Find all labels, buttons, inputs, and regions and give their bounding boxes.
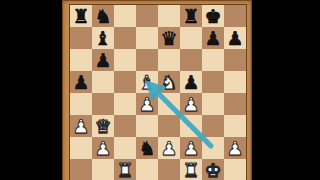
square-e5[interactable]: ♞ <box>158 71 180 93</box>
square-e7[interactable]: ♛ <box>158 27 180 49</box>
piece-black-knight-b8[interactable]: ♞ <box>92 5 114 27</box>
square-c7[interactable] <box>114 27 136 49</box>
square-g1[interactable]: ♚ <box>202 159 224 180</box>
square-g6[interactable] <box>202 49 224 71</box>
square-c5[interactable] <box>114 71 136 93</box>
square-a4[interactable] <box>70 93 92 115</box>
square-c8[interactable] <box>114 5 136 27</box>
square-g5[interactable] <box>202 71 224 93</box>
square-h3[interactable] <box>224 115 246 137</box>
square-b4[interactable] <box>92 93 114 115</box>
square-d3[interactable] <box>136 115 158 137</box>
piece-black-queen-e7[interactable]: ♛ <box>158 27 180 49</box>
square-h8[interactable] <box>224 5 246 27</box>
square-a3[interactable]: ♟ <box>70 115 92 137</box>
square-a1[interactable] <box>70 159 92 180</box>
square-f1[interactable]: ♜ <box>180 159 202 180</box>
square-f2[interactable]: ♟ <box>180 137 202 159</box>
piece-black-pawn-h7[interactable]: ♟ <box>224 27 246 49</box>
square-d5[interactable]: ♝ <box>136 71 158 93</box>
piece-white-rook-f1[interactable]: ♜ <box>180 159 202 180</box>
square-c3[interactable] <box>114 115 136 137</box>
piece-black-pawn-g7[interactable]: ♟ <box>202 27 224 49</box>
square-h7[interactable]: ♟ <box>224 27 246 49</box>
square-f4[interactable]: ♟ <box>180 93 202 115</box>
piece-black-pawn-a5[interactable]: ♟ <box>70 71 92 93</box>
square-f7[interactable] <box>180 27 202 49</box>
square-d2[interactable]: ♞ <box>136 137 158 159</box>
square-f8[interactable]: ♜ <box>180 5 202 27</box>
square-c4[interactable] <box>114 93 136 115</box>
square-g7[interactable]: ♟ <box>202 27 224 49</box>
square-c1[interactable]: ♜ <box>114 159 136 180</box>
square-c6[interactable] <box>114 49 136 71</box>
square-h2[interactable]: ♟ <box>224 137 246 159</box>
square-f5[interactable]: ♟ <box>180 71 202 93</box>
square-d6[interactable] <box>136 49 158 71</box>
square-a8[interactable]: ♜ <box>70 5 92 27</box>
piece-black-bishop-b7[interactable]: ♝ <box>92 27 114 49</box>
square-b8[interactable]: ♞ <box>92 5 114 27</box>
square-h4[interactable] <box>224 93 246 115</box>
square-g3[interactable] <box>202 115 224 137</box>
square-h1[interactable] <box>224 159 246 180</box>
square-g4[interactable] <box>202 93 224 115</box>
square-b3[interactable]: ♛ <box>92 115 114 137</box>
piece-white-pawn-e2[interactable]: ♟ <box>158 137 180 159</box>
square-e3[interactable] <box>158 115 180 137</box>
piece-white-pawn-f2[interactable]: ♟ <box>180 137 202 159</box>
square-e2[interactable]: ♟ <box>158 137 180 159</box>
square-b2[interactable]: ♟ <box>92 137 114 159</box>
piece-black-king-g8[interactable]: ♚ <box>202 5 224 27</box>
chess-board[interactable]: ♜♞♜♚♝♛♟♟♟♟♝♞♟♟♟♟♛♟♞♟♟♟♜♜♚ <box>70 5 246 180</box>
piece-white-bishop-d5[interactable]: ♝ <box>136 71 158 93</box>
square-a6[interactable] <box>70 49 92 71</box>
square-f6[interactable] <box>180 49 202 71</box>
piece-white-pawn-b2[interactable]: ♟ <box>92 137 114 159</box>
piece-white-knight-e5[interactable]: ♞ <box>158 71 180 93</box>
piece-white-king-g1[interactable]: ♚ <box>202 159 224 180</box>
piece-black-pawn-f5[interactable]: ♟ <box>180 71 202 93</box>
piece-white-pawn-d4[interactable]: ♟ <box>136 93 158 115</box>
square-h6[interactable] <box>224 49 246 71</box>
square-b5[interactable] <box>92 71 114 93</box>
square-b6[interactable]: ♟ <box>92 49 114 71</box>
piece-white-pawn-a3[interactable]: ♟ <box>70 115 92 137</box>
piece-white-queen-b3[interactable]: ♛ <box>92 115 114 137</box>
piece-black-rook-a8[interactable]: ♜ <box>70 5 92 27</box>
square-a2[interactable] <box>70 137 92 159</box>
square-e8[interactable] <box>158 5 180 27</box>
square-d4[interactable]: ♟ <box>136 93 158 115</box>
square-a5[interactable]: ♟ <box>70 71 92 93</box>
square-f3[interactable] <box>180 115 202 137</box>
piece-white-pawn-f4[interactable]: ♟ <box>180 93 202 115</box>
piece-white-pawn-h2[interactable]: ♟ <box>224 137 246 159</box>
chess-board-frame: ♜♞♜♚♝♛♟♟♟♟♝♞♟♟♟♟♛♟♞♟♟♟♜♜♚ <box>62 0 252 180</box>
square-h5[interactable] <box>224 71 246 93</box>
square-g8[interactable]: ♚ <box>202 5 224 27</box>
square-g2[interactable] <box>202 137 224 159</box>
square-d1[interactable] <box>136 159 158 180</box>
piece-black-rook-f8[interactable]: ♜ <box>180 5 202 27</box>
piece-white-rook-c1[interactable]: ♜ <box>114 159 136 180</box>
square-b7[interactable]: ♝ <box>92 27 114 49</box>
piece-black-knight-d2[interactable]: ♞ <box>136 137 158 159</box>
square-d8[interactable] <box>136 5 158 27</box>
piece-black-pawn-b6[interactable]: ♟ <box>92 49 114 71</box>
square-b1[interactable] <box>92 159 114 180</box>
square-e4[interactable] <box>158 93 180 115</box>
square-c2[interactable] <box>114 137 136 159</box>
square-e1[interactable] <box>158 159 180 180</box>
square-e6[interactable] <box>158 49 180 71</box>
square-a7[interactable] <box>70 27 92 49</box>
square-d7[interactable] <box>136 27 158 49</box>
